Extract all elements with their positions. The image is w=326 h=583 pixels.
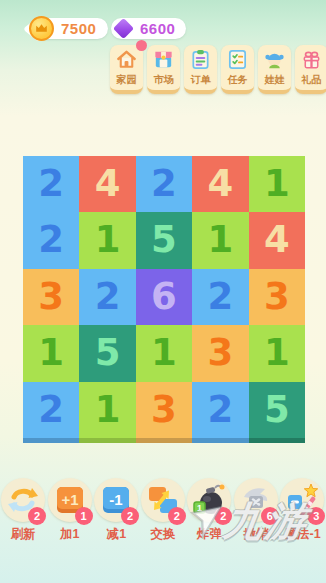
tool-undo[interactable]: 6撤销 bbox=[233, 478, 280, 544]
tile-r5c1[interactable]: 2 bbox=[23, 382, 79, 438]
tool-label: 刷新 bbox=[11, 526, 36, 543]
menu-item-home[interactable]: 家园 bbox=[110, 45, 143, 94]
doll-icon bbox=[263, 48, 286, 71]
tool-label: 魔法-1 bbox=[285, 526, 321, 543]
svg-text:+1: +1 bbox=[61, 491, 78, 508]
menu-item-label: 市场 bbox=[154, 73, 174, 87]
app-screen: 7500 6600 家园市场订单任务娃娃礼品 24241215143262315… bbox=[0, 0, 326, 583]
tile-r4c2[interactable]: 5 bbox=[79, 325, 135, 381]
tile-r4c1[interactable]: 1 bbox=[23, 325, 79, 381]
board-edge bbox=[23, 438, 305, 443]
tile-r5c5[interactable]: 5 bbox=[249, 382, 305, 438]
tile-r5c2[interactable]: 1 bbox=[79, 382, 135, 438]
tile-r5c4[interactable]: 2 bbox=[192, 382, 248, 438]
tool-label: 加1 bbox=[60, 526, 79, 543]
tile-r3c1[interactable]: 3 bbox=[23, 269, 79, 325]
diamond-counter: 6600 bbox=[111, 18, 186, 39]
tile-r3c5[interactable]: 3 bbox=[249, 269, 305, 325]
tasks-icon bbox=[226, 48, 249, 71]
tile-r3c3[interactable]: 6 bbox=[136, 269, 192, 325]
tool-plus-one[interactable]: +11加1 bbox=[47, 478, 94, 544]
tool-bomb[interactable]: 12炸弹 bbox=[186, 478, 233, 544]
tool-label: 减1 bbox=[107, 526, 126, 543]
count-badge: 6 bbox=[261, 507, 279, 525]
menu-item-label: 家园 bbox=[117, 73, 137, 87]
tile-r2c2[interactable]: 1 bbox=[79, 212, 135, 268]
tile-r4c3[interactable]: 1 bbox=[136, 325, 192, 381]
coin-icon bbox=[29, 16, 54, 41]
tool-swap[interactable]: 2交换 bbox=[140, 478, 187, 544]
tile-r2c4[interactable]: 1 bbox=[192, 212, 248, 268]
menu-item-doll[interactable]: 娃娃 bbox=[258, 45, 291, 94]
tool-magic[interactable]: 3魔法-1 bbox=[279, 478, 326, 544]
tile-r3c2[interactable]: 2 bbox=[79, 269, 135, 325]
tool-refresh[interactable]: 2刷新 bbox=[0, 478, 47, 544]
count-badge: 2 bbox=[214, 507, 232, 525]
board-edge-segment bbox=[192, 438, 248, 443]
count-badge: 2 bbox=[168, 507, 186, 525]
menu-item-gift[interactable]: 礼品 bbox=[295, 45, 326, 94]
board: 2424121514326231513121325 bbox=[23, 156, 305, 438]
menu-item-label: 娃娃 bbox=[265, 73, 285, 87]
tile-r1c3[interactable]: 2 bbox=[136, 156, 192, 212]
tile-r4c5[interactable]: 1 bbox=[249, 325, 305, 381]
tile-r4c4[interactable]: 3 bbox=[192, 325, 248, 381]
menu-item-label: 任务 bbox=[228, 73, 248, 87]
tile-r2c5[interactable]: 4 bbox=[249, 212, 305, 268]
coin-counter: 7500 bbox=[32, 18, 108, 39]
board-edge-segment bbox=[249, 438, 305, 443]
board-edge-segment bbox=[79, 438, 135, 443]
tile-r1c1[interactable]: 2 bbox=[23, 156, 79, 212]
tile-r1c2[interactable]: 4 bbox=[79, 156, 135, 212]
tile-r1c4[interactable]: 4 bbox=[192, 156, 248, 212]
gift-icon bbox=[300, 48, 323, 71]
coin-amount: 7500 bbox=[61, 18, 96, 39]
diamond-amount: 6600 bbox=[140, 18, 175, 39]
tile-r3c4[interactable]: 2 bbox=[192, 269, 248, 325]
menu-item-label: 订单 bbox=[191, 73, 211, 87]
menu-item-orders[interactable]: 订单 bbox=[184, 45, 217, 94]
menu-item-label: 礼品 bbox=[302, 73, 322, 87]
tool-label: 撤销 bbox=[244, 526, 269, 543]
menu-item-tasks[interactable]: 任务 bbox=[221, 45, 254, 94]
menu-bar: 家园市场订单任务娃娃礼品 bbox=[110, 45, 326, 94]
count-badge: 3 bbox=[307, 507, 325, 525]
tile-r2c1[interactable]: 2 bbox=[23, 212, 79, 268]
notification-dot bbox=[136, 40, 147, 51]
count-badge: 2 bbox=[121, 507, 139, 525]
toolbar: 2刷新+11加1-12减12交换12炸弹6撤销3魔法-1 bbox=[0, 478, 326, 544]
menu-item-market[interactable]: 市场 bbox=[147, 45, 180, 94]
board-edge-segment bbox=[23, 438, 79, 443]
tile-r1c5[interactable]: 1 bbox=[249, 156, 305, 212]
svg-text:1: 1 bbox=[197, 503, 202, 513]
orders-icon bbox=[189, 48, 212, 71]
tool-label: 交换 bbox=[150, 526, 175, 543]
tool-label: 炸弹 bbox=[197, 526, 222, 543]
board-edge-segment bbox=[136, 438, 192, 443]
count-badge: 2 bbox=[28, 507, 46, 525]
tile-r2c3[interactable]: 5 bbox=[136, 212, 192, 268]
svg-text:-1: -1 bbox=[109, 491, 122, 508]
diamond-icon bbox=[113, 18, 134, 39]
tile-r5c3[interactable]: 3 bbox=[136, 382, 192, 438]
home-icon bbox=[115, 48, 138, 71]
count-badge: 1 bbox=[75, 507, 93, 525]
market-icon bbox=[152, 48, 175, 71]
tool-minus-one[interactable]: -12减1 bbox=[93, 478, 140, 544]
